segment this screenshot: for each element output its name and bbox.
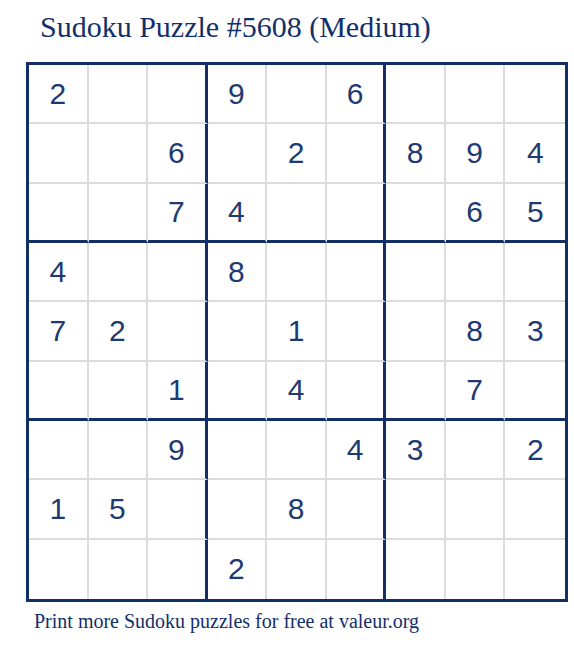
sudoku-cell: 4 — [505, 124, 565, 183]
sudoku-cell: 3 — [505, 302, 565, 361]
sudoku-cell — [505, 362, 565, 421]
sudoku-cell: 4 — [29, 243, 89, 302]
sudoku-cell — [446, 65, 506, 124]
sudoku-cell — [89, 243, 149, 302]
sudoku-cell: 6 — [446, 184, 506, 243]
sudoku-cell — [29, 421, 89, 480]
sudoku-cell — [208, 480, 268, 539]
sudoku-cell — [505, 243, 565, 302]
sudoku-cell — [327, 124, 387, 183]
sudoku-cell — [327, 302, 387, 361]
sudoku-cell — [89, 421, 149, 480]
sudoku-cell — [208, 124, 268, 183]
footer-credit-text: Print more Sudoku puzzles for free at va… — [34, 610, 419, 633]
sudoku-cell — [386, 302, 446, 361]
sudoku-cell: 3 — [386, 421, 446, 480]
sudoku-cell: 5 — [505, 184, 565, 243]
sudoku-cell — [267, 184, 327, 243]
sudoku-cell — [208, 362, 268, 421]
sudoku-cell — [208, 302, 268, 361]
sudoku-cell — [89, 540, 149, 599]
sudoku-cell: 2 — [505, 421, 565, 480]
sudoku-cell — [148, 480, 208, 539]
sudoku-cell — [327, 540, 387, 599]
sudoku-cell — [29, 362, 89, 421]
sudoku-cell — [267, 540, 327, 599]
sudoku-cell: 2 — [267, 124, 327, 183]
sudoku-cell: 6 — [148, 124, 208, 183]
sudoku-cell: 4 — [327, 421, 387, 480]
sudoku-cell — [29, 540, 89, 599]
sudoku-cell — [505, 65, 565, 124]
sudoku-cell — [327, 243, 387, 302]
sudoku-cell — [446, 540, 506, 599]
sudoku-cell — [267, 243, 327, 302]
sudoku-cell: 8 — [267, 480, 327, 539]
sudoku-board: 296628947465487218314794321582 — [26, 62, 568, 602]
sudoku-cell — [327, 362, 387, 421]
sudoku-cell — [267, 421, 327, 480]
sudoku-cell: 4 — [208, 184, 268, 243]
sudoku-cell: 7 — [446, 362, 506, 421]
sudoku-cell — [386, 540, 446, 599]
sudoku-cell — [148, 302, 208, 361]
sudoku-cell — [446, 243, 506, 302]
sudoku-cell — [148, 65, 208, 124]
sudoku-cell — [386, 480, 446, 539]
sudoku-cell — [446, 480, 506, 539]
sudoku-cell — [29, 124, 89, 183]
sudoku-cell: 2 — [89, 302, 149, 361]
puzzle-title: Sudoku Puzzle #5608 (Medium) — [40, 10, 431, 44]
sudoku-cell: 4 — [267, 362, 327, 421]
sudoku-cell — [148, 540, 208, 599]
sudoku-cell: 8 — [386, 124, 446, 183]
sudoku-cell — [267, 65, 327, 124]
sudoku-cell: 9 — [148, 421, 208, 480]
sudoku-cell: 2 — [208, 540, 268, 599]
sudoku-cell — [89, 124, 149, 183]
sudoku-cell: 5 — [89, 480, 149, 539]
sudoku-cell — [29, 184, 89, 243]
sudoku-cell — [89, 65, 149, 124]
sudoku-cell — [327, 184, 387, 243]
sudoku-cell: 9 — [208, 65, 268, 124]
sudoku-cell: 2 — [29, 65, 89, 124]
sudoku-cell — [505, 540, 565, 599]
sudoku-cell — [89, 362, 149, 421]
sudoku-cell: 9 — [446, 124, 506, 183]
sudoku-cell — [148, 243, 208, 302]
sudoku-cell: 1 — [148, 362, 208, 421]
sudoku-cell — [208, 421, 268, 480]
sudoku-cell: 7 — [29, 302, 89, 361]
sudoku-cell — [505, 480, 565, 539]
sudoku-cell — [386, 184, 446, 243]
sudoku-cell — [446, 421, 506, 480]
sudoku-cell: 7 — [148, 184, 208, 243]
sudoku-cell — [386, 362, 446, 421]
sudoku-cell — [386, 65, 446, 124]
sudoku-cell: 1 — [29, 480, 89, 539]
sudoku-cell — [386, 243, 446, 302]
sudoku-cell: 8 — [446, 302, 506, 361]
sudoku-cell — [327, 480, 387, 539]
sudoku-cell: 1 — [267, 302, 327, 361]
sudoku-cell — [89, 184, 149, 243]
sudoku-cell: 6 — [327, 65, 387, 124]
sudoku-cell: 8 — [208, 243, 268, 302]
